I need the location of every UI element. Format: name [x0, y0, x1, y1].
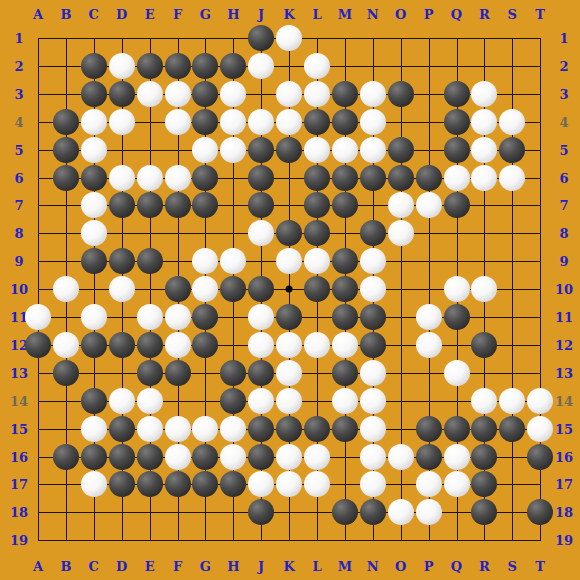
column-label-top: H — [227, 7, 239, 22]
white-stone — [304, 53, 330, 79]
column-label-bottom: G — [200, 559, 211, 574]
white-stone — [81, 220, 107, 246]
white-stone — [109, 388, 135, 414]
white-stone — [109, 53, 135, 79]
white-stone — [388, 220, 414, 246]
black-stone — [165, 471, 191, 497]
black-stone — [81, 332, 107, 358]
column-label-top: D — [116, 7, 127, 22]
white-stone — [137, 416, 163, 442]
black-stone — [109, 192, 135, 218]
column-label-top: J — [258, 7, 264, 22]
row-label-right: 14 — [555, 393, 573, 408]
white-stone — [220, 109, 246, 135]
black-stone — [165, 53, 191, 79]
black-stone — [220, 276, 246, 302]
black-stone — [109, 444, 135, 470]
white-stone — [416, 499, 442, 525]
black-stone — [304, 220, 330, 246]
black-stone — [444, 109, 470, 135]
white-stone — [165, 109, 191, 135]
white-stone — [81, 137, 107, 163]
black-stone — [109, 81, 135, 107]
row-label-right: 19 — [555, 533, 573, 548]
black-stone — [220, 53, 246, 79]
white-stone — [248, 304, 274, 330]
white-stone — [304, 444, 330, 470]
column-label-bottom: D — [116, 559, 127, 574]
row-label-right: 6 — [559, 170, 568, 185]
white-stone — [276, 332, 302, 358]
black-stone — [192, 192, 218, 218]
column-label-bottom: F — [173, 559, 182, 574]
black-stone — [109, 248, 135, 274]
black-stone — [499, 416, 525, 442]
black-stone — [332, 81, 358, 107]
row-label-right: 18 — [555, 505, 573, 520]
white-stone — [360, 444, 386, 470]
white-stone — [192, 248, 218, 274]
black-stone — [53, 165, 79, 191]
black-stone — [25, 332, 51, 358]
black-stone — [416, 165, 442, 191]
white-stone — [81, 109, 107, 135]
white-stone — [25, 304, 51, 330]
row-label-right: 4 — [559, 114, 568, 129]
column-label-bottom: T — [535, 559, 545, 574]
black-stone — [471, 471, 497, 497]
row-label-right: 3 — [559, 86, 568, 101]
black-stone — [527, 499, 553, 525]
column-label-bottom: A — [33, 559, 43, 574]
black-stone — [416, 416, 442, 442]
black-stone — [53, 360, 79, 386]
row-label-left: 4 — [14, 114, 23, 129]
white-stone — [499, 165, 525, 191]
white-stone — [471, 137, 497, 163]
black-stone — [332, 109, 358, 135]
row-label-left: 5 — [14, 142, 23, 157]
row-label-left: 7 — [14, 198, 23, 213]
white-stone — [360, 416, 386, 442]
black-stone — [332, 248, 358, 274]
white-stone — [416, 304, 442, 330]
column-label-bottom: L — [312, 559, 321, 574]
white-stone — [444, 276, 470, 302]
white-stone — [444, 165, 470, 191]
column-label-top: M — [338, 7, 352, 22]
column-label-top: R — [479, 7, 490, 22]
white-stone — [81, 304, 107, 330]
white-stone — [276, 248, 302, 274]
black-stone — [499, 137, 525, 163]
white-stone — [471, 388, 497, 414]
black-stone — [165, 192, 191, 218]
black-stone — [304, 192, 330, 218]
row-label-left: 1 — [14, 31, 23, 46]
black-stone — [109, 416, 135, 442]
white-stone — [137, 165, 163, 191]
white-stone — [304, 332, 330, 358]
row-label-right: 5 — [559, 142, 568, 157]
white-stone — [360, 388, 386, 414]
column-label-bottom: H — [227, 559, 239, 574]
black-stone — [360, 332, 386, 358]
black-stone — [192, 81, 218, 107]
black-stone — [304, 109, 330, 135]
white-stone — [248, 109, 274, 135]
column-label-bottom: E — [145, 559, 155, 574]
black-stone — [248, 444, 274, 470]
black-stone — [248, 276, 274, 302]
white-stone — [165, 81, 191, 107]
column-label-bottom: N — [367, 559, 379, 574]
black-stone — [304, 416, 330, 442]
grid-line-horizontal — [38, 512, 541, 513]
white-stone — [165, 304, 191, 330]
black-stone — [165, 276, 191, 302]
black-stone — [360, 499, 386, 525]
column-label-top: Q — [451, 7, 462, 22]
white-stone — [276, 444, 302, 470]
white-stone — [304, 81, 330, 107]
black-stone — [416, 444, 442, 470]
white-stone — [499, 109, 525, 135]
black-stone — [81, 388, 107, 414]
black-stone — [137, 471, 163, 497]
row-label-left: 17 — [10, 477, 28, 492]
white-stone — [304, 471, 330, 497]
white-stone — [248, 388, 274, 414]
black-stone — [192, 471, 218, 497]
black-stone — [304, 165, 330, 191]
black-stone — [137, 360, 163, 386]
black-stone — [332, 165, 358, 191]
black-stone — [53, 444, 79, 470]
white-stone — [248, 220, 274, 246]
black-stone — [137, 248, 163, 274]
black-stone — [248, 416, 274, 442]
white-stone — [471, 165, 497, 191]
column-label-top: F — [173, 7, 182, 22]
black-stone — [137, 192, 163, 218]
row-label-left: 6 — [14, 170, 23, 185]
white-stone — [81, 192, 107, 218]
column-label-bottom: R — [479, 559, 490, 574]
white-stone — [248, 53, 274, 79]
go-board[interactable]: AABBCCDDEEFFGGHHJJKKLLMMNNOOPPQQRRSSTT11… — [0, 0, 580, 580]
white-stone — [165, 444, 191, 470]
white-stone — [53, 276, 79, 302]
black-stone — [192, 444, 218, 470]
white-stone — [220, 444, 246, 470]
white-stone — [53, 332, 79, 358]
black-stone — [137, 444, 163, 470]
grid-line-horizontal — [38, 540, 541, 541]
column-label-bottom: Q — [451, 559, 462, 574]
white-stone — [276, 388, 302, 414]
white-stone — [499, 388, 525, 414]
column-label-top: L — [312, 7, 321, 22]
black-stone — [53, 109, 79, 135]
white-stone — [276, 360, 302, 386]
row-label-right: 1 — [559, 31, 568, 46]
black-stone — [360, 220, 386, 246]
white-stone — [527, 388, 553, 414]
column-label-top: P — [424, 7, 434, 22]
white-stone — [81, 416, 107, 442]
black-stone — [81, 248, 107, 274]
black-stone — [444, 416, 470, 442]
row-label-left: 9 — [14, 254, 23, 269]
black-stone — [444, 192, 470, 218]
white-stone — [192, 416, 218, 442]
black-stone — [248, 192, 274, 218]
white-stone — [360, 109, 386, 135]
row-label-right: 7 — [559, 198, 568, 213]
black-stone — [192, 332, 218, 358]
column-label-top: C — [89, 7, 99, 22]
white-stone — [360, 81, 386, 107]
white-stone — [360, 137, 386, 163]
black-stone — [276, 416, 302, 442]
column-label-bottom: K — [283, 559, 294, 574]
white-stone — [109, 165, 135, 191]
white-stone — [388, 499, 414, 525]
white-stone — [304, 248, 330, 274]
black-stone — [332, 276, 358, 302]
white-stone — [165, 332, 191, 358]
column-label-bottom: P — [424, 559, 434, 574]
black-stone — [360, 304, 386, 330]
black-stone — [248, 25, 274, 51]
black-stone — [276, 304, 302, 330]
white-stone — [137, 304, 163, 330]
white-stone — [471, 81, 497, 107]
black-stone — [248, 360, 274, 386]
white-stone — [220, 416, 246, 442]
white-stone — [416, 332, 442, 358]
white-stone — [220, 137, 246, 163]
white-stone — [360, 360, 386, 386]
column-label-bottom: S — [508, 559, 517, 574]
white-stone — [527, 416, 553, 442]
white-stone — [248, 471, 274, 497]
black-stone — [220, 388, 246, 414]
white-stone — [332, 388, 358, 414]
column-label-top: E — [145, 7, 155, 22]
column-label-top: N — [367, 7, 379, 22]
black-stone — [220, 471, 246, 497]
black-stone — [248, 499, 274, 525]
black-stone — [81, 81, 107, 107]
column-label-top: S — [508, 7, 517, 22]
white-stone — [360, 471, 386, 497]
black-stone — [192, 109, 218, 135]
white-stone — [192, 137, 218, 163]
row-label-left: 15 — [10, 421, 28, 436]
black-stone — [471, 499, 497, 525]
row-label-right: 13 — [555, 365, 573, 380]
black-stone — [388, 165, 414, 191]
black-stone — [360, 165, 386, 191]
row-label-right: 12 — [555, 337, 573, 352]
row-label-left: 3 — [14, 86, 23, 101]
black-stone — [444, 81, 470, 107]
column-label-top: T — [535, 7, 545, 22]
row-label-left: 14 — [10, 393, 28, 408]
black-stone — [165, 360, 191, 386]
black-stone — [109, 332, 135, 358]
row-label-left: 13 — [10, 365, 28, 380]
black-stone — [220, 360, 246, 386]
black-stone — [332, 499, 358, 525]
row-label-right: 15 — [555, 421, 573, 436]
black-stone — [471, 444, 497, 470]
white-stone — [276, 81, 302, 107]
white-stone — [165, 416, 191, 442]
black-stone — [388, 137, 414, 163]
black-stone — [192, 165, 218, 191]
white-stone — [81, 471, 107, 497]
white-stone — [388, 444, 414, 470]
column-label-top: K — [283, 7, 294, 22]
row-label-left: 2 — [14, 58, 23, 73]
black-stone — [332, 304, 358, 330]
black-stone — [332, 192, 358, 218]
white-stone — [416, 471, 442, 497]
white-stone — [137, 388, 163, 414]
black-stone — [332, 360, 358, 386]
white-stone — [220, 81, 246, 107]
column-label-bottom: O — [395, 559, 406, 574]
black-stone — [81, 165, 107, 191]
white-stone — [360, 276, 386, 302]
column-label-top: O — [395, 7, 406, 22]
black-stone — [444, 137, 470, 163]
black-stone — [276, 220, 302, 246]
black-stone — [192, 304, 218, 330]
row-label-left: 10 — [10, 282, 28, 297]
black-stone — [137, 53, 163, 79]
column-label-top: G — [200, 7, 211, 22]
row-label-right: 11 — [555, 310, 573, 325]
white-stone — [444, 360, 470, 386]
black-stone — [471, 332, 497, 358]
row-label-right: 16 — [555, 449, 573, 464]
black-stone — [248, 137, 274, 163]
white-stone — [137, 81, 163, 107]
column-label-top: B — [60, 7, 71, 22]
black-stone — [81, 53, 107, 79]
white-stone — [248, 332, 274, 358]
white-stone — [276, 109, 302, 135]
black-stone — [304, 276, 330, 302]
white-stone — [109, 109, 135, 135]
white-stone — [444, 444, 470, 470]
white-stone — [360, 248, 386, 274]
row-label-left: 16 — [10, 449, 28, 464]
black-stone — [81, 444, 107, 470]
row-label-left: 18 — [10, 505, 28, 520]
white-stone — [444, 471, 470, 497]
row-label-right: 9 — [559, 254, 568, 269]
black-stone — [444, 304, 470, 330]
white-stone — [304, 137, 330, 163]
black-stone — [137, 332, 163, 358]
white-stone — [165, 165, 191, 191]
white-stone — [276, 25, 302, 51]
white-stone — [109, 276, 135, 302]
white-stone — [471, 109, 497, 135]
row-label-left: 8 — [14, 226, 23, 241]
white-stone — [332, 137, 358, 163]
white-stone — [416, 192, 442, 218]
black-stone — [471, 416, 497, 442]
white-stone — [332, 332, 358, 358]
row-label-right: 10 — [555, 282, 573, 297]
black-stone — [388, 81, 414, 107]
row-label-left: 19 — [10, 533, 28, 548]
black-stone — [109, 471, 135, 497]
row-label-right: 17 — [555, 477, 573, 492]
column-label-bottom: C — [89, 559, 99, 574]
black-stone — [276, 137, 302, 163]
white-stone — [192, 276, 218, 302]
column-label-top: A — [33, 7, 43, 22]
column-label-bottom: M — [338, 559, 352, 574]
black-stone — [248, 165, 274, 191]
column-label-bottom: B — [60, 559, 71, 574]
white-stone — [388, 192, 414, 218]
star-point — [286, 286, 293, 293]
row-label-right: 8 — [559, 226, 568, 241]
black-stone — [527, 444, 553, 470]
white-stone — [471, 276, 497, 302]
column-label-bottom: J — [258, 559, 264, 574]
black-stone — [53, 137, 79, 163]
black-stone — [332, 416, 358, 442]
white-stone — [220, 248, 246, 274]
row-label-right: 2 — [559, 58, 568, 73]
white-stone — [276, 471, 302, 497]
black-stone — [192, 53, 218, 79]
